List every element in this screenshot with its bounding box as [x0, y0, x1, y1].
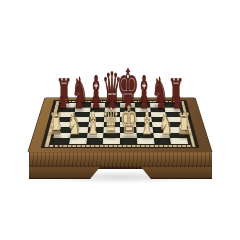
board-foot-left	[29, 167, 100, 179]
square-f1	[137, 138, 154, 144]
chess-board	[28, 98, 211, 152]
square-c1	[86, 138, 103, 144]
board-foot-right	[141, 167, 212, 179]
square-h1	[170, 138, 188, 144]
square-a1	[52, 138, 70, 144]
inlay-border	[41, 100, 200, 147]
square-b1	[69, 138, 87, 144]
board-front-edge	[29, 150, 212, 169]
square-e1	[120, 138, 137, 144]
play-grid	[49, 102, 191, 145]
square-g1	[153, 138, 171, 144]
square-d1	[103, 138, 120, 144]
product-photo: ♜♞♝♛♚♝♞♜♟♟♟♟♟♟♟♟♟♟♟♟♟♟♟♟♜♞♝♛♚♝♞♜	[0, 0, 240, 240]
